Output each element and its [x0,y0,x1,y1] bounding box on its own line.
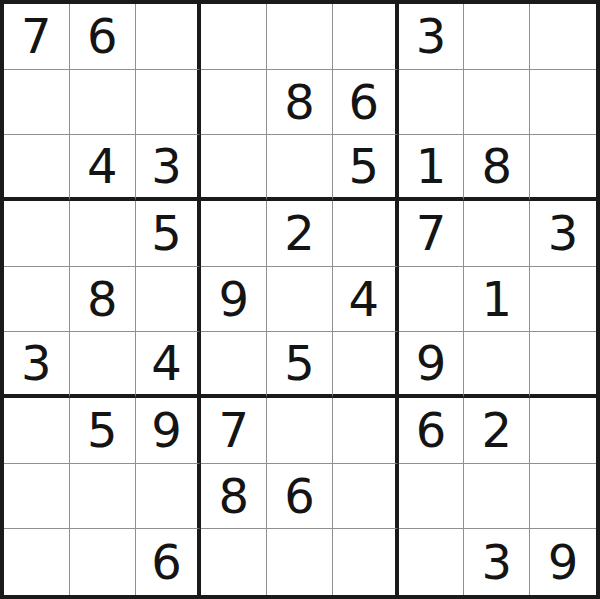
sudoku-cell-r7c2[interactable]: 5 [70,398,136,464]
sudoku-cell-r9c3[interactable]: 6 [136,529,202,595]
sudoku-cell-r9c6[interactable] [333,529,399,595]
sudoku-cell-r4c4[interactable] [201,201,267,267]
sudoku-cell-r1c9[interactable] [530,4,596,70]
sudoku-cell-r7c7[interactable]: 6 [399,398,465,464]
sudoku-cell-r9c4[interactable] [201,529,267,595]
sudoku-cell-r2c9[interactable] [530,70,596,136]
sudoku-cell-r1c7[interactable]: 3 [399,4,465,70]
sudoku-board: 76386435185273894134595976286639 [0,0,600,599]
sudoku-cell-r7c1[interactable] [4,398,70,464]
sudoku-cell-r7c9[interactable] [530,398,596,464]
sudoku-cell-r1c6[interactable] [333,4,399,70]
sudoku-cell-r6c7[interactable]: 9 [399,332,465,398]
sudoku-cell-r6c3[interactable]: 4 [136,332,202,398]
sudoku-cell-r6c5[interactable]: 5 [267,332,333,398]
sudoku-cell-r4c3[interactable]: 5 [136,201,202,267]
sudoku-cell-r8c4[interactable]: 8 [201,464,267,530]
sudoku-cell-r7c8[interactable]: 2 [464,398,530,464]
sudoku-cell-r8c6[interactable] [333,464,399,530]
sudoku-cell-r3c1[interactable] [4,135,70,201]
sudoku-cell-r1c1[interactable]: 7 [4,4,70,70]
sudoku-cell-r8c5[interactable]: 6 [267,464,333,530]
sudoku-cell-r2c5[interactable]: 8 [267,70,333,136]
sudoku-cell-r5c6[interactable]: 4 [333,267,399,333]
sudoku-cell-r7c6[interactable] [333,398,399,464]
sudoku-cell-r9c8[interactable]: 3 [464,529,530,595]
sudoku-cell-r5c4[interactable]: 9 [201,267,267,333]
sudoku-cell-r6c4[interactable] [201,332,267,398]
sudoku-cell-r5c1[interactable] [4,267,70,333]
sudoku-cell-r5c3[interactable] [136,267,202,333]
sudoku-cell-r3c7[interactable]: 1 [399,135,465,201]
sudoku-cell-r9c1[interactable] [4,529,70,595]
sudoku-cell-r3c9[interactable] [530,135,596,201]
sudoku-cell-r5c5[interactable] [267,267,333,333]
sudoku-cell-r4c2[interactable] [70,201,136,267]
sudoku-cell-r1c4[interactable] [201,4,267,70]
sudoku-cell-r9c9[interactable]: 9 [530,529,596,595]
sudoku-cell-r3c8[interactable]: 8 [464,135,530,201]
sudoku-cell-r1c2[interactable]: 6 [70,4,136,70]
sudoku-cell-r3c5[interactable] [267,135,333,201]
sudoku-cell-r8c7[interactable] [399,464,465,530]
sudoku-cell-r4c9[interactable]: 3 [530,201,596,267]
sudoku-cell-r4c7[interactable]: 7 [399,201,465,267]
sudoku-cell-r3c2[interactable]: 4 [70,135,136,201]
sudoku-cell-r6c2[interactable] [70,332,136,398]
sudoku-cell-r9c2[interactable] [70,529,136,595]
sudoku-cell-r2c7[interactable] [399,70,465,136]
sudoku-cell-r3c6[interactable]: 5 [333,135,399,201]
sudoku-cell-r6c8[interactable] [464,332,530,398]
sudoku-cell-r7c3[interactable]: 9 [136,398,202,464]
sudoku-cell-r6c9[interactable] [530,332,596,398]
sudoku-cell-r2c8[interactable] [464,70,530,136]
sudoku-cell-r4c8[interactable] [464,201,530,267]
sudoku-cell-r4c6[interactable] [333,201,399,267]
sudoku-cell-r1c5[interactable] [267,4,333,70]
sudoku-cell-r4c5[interactable]: 2 [267,201,333,267]
sudoku-cell-r2c2[interactable] [70,70,136,136]
sudoku-cell-r2c6[interactable]: 6 [333,70,399,136]
sudoku-cell-r9c7[interactable] [399,529,465,595]
sudoku-cell-r3c3[interactable]: 3 [136,135,202,201]
sudoku-cell-r1c3[interactable] [136,4,202,70]
sudoku-cell-r6c1[interactable]: 3 [4,332,70,398]
sudoku-cell-r1c8[interactable] [464,4,530,70]
sudoku-cell-r9c5[interactable] [267,529,333,595]
sudoku-cell-r8c2[interactable] [70,464,136,530]
sudoku-cell-r5c7[interactable] [399,267,465,333]
sudoku-cell-r8c8[interactable] [464,464,530,530]
sudoku-cell-r2c1[interactable] [4,70,70,136]
sudoku-cell-r7c5[interactable] [267,398,333,464]
sudoku-cell-r8c9[interactable] [530,464,596,530]
sudoku-cell-r2c4[interactable] [201,70,267,136]
sudoku-cell-r5c8[interactable]: 1 [464,267,530,333]
sudoku-cell-r5c2[interactable]: 8 [70,267,136,333]
sudoku-cell-r7c4[interactable]: 7 [201,398,267,464]
sudoku-cell-r8c1[interactable] [4,464,70,530]
sudoku-cell-r6c6[interactable] [333,332,399,398]
sudoku-cell-r2c3[interactable] [136,70,202,136]
sudoku-cell-r3c4[interactable] [201,135,267,201]
sudoku-cell-r4c1[interactable] [4,201,70,267]
sudoku-cell-r5c9[interactable] [530,267,596,333]
sudoku-cell-r8c3[interactable] [136,464,202,530]
